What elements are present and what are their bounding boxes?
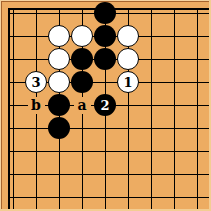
- board-point-r3c8: [163, 48, 186, 71]
- board-point-r7c9: [186, 140, 209, 163]
- point-letter-label-b: b: [28, 97, 45, 114]
- board-point-r9c3: [48, 186, 71, 209]
- board-point-r6c5: [94, 117, 117, 140]
- white-stone: [117, 48, 139, 70]
- board-point-r5c9: [186, 94, 209, 117]
- frame-bevel-bottom: [0, 209, 211, 211]
- board-point-r1c8: [163, 2, 186, 25]
- board-point-r3c2: [25, 48, 48, 71]
- board-point-r8c7: [140, 163, 163, 186]
- board-point-r9c9: [186, 186, 209, 209]
- board-point-r6c8: [163, 117, 186, 140]
- board-point-r7c8: [163, 140, 186, 163]
- white-stone: [117, 25, 139, 47]
- board-point-r7c2: [25, 140, 48, 163]
- black-stone: [94, 2, 116, 24]
- board-point-r9c6: [117, 186, 140, 209]
- board-point-r6c4: [71, 117, 94, 140]
- board-point-r7c6: [117, 140, 140, 163]
- frame-bevel-right: [209, 0, 211, 211]
- board-point-r4c1: [2, 71, 25, 94]
- board-point-r3c5: [94, 48, 117, 71]
- frame-bevel-left-shadow: [1, 1, 2, 211]
- black-stone: [48, 117, 70, 139]
- board-point-r1c5: [94, 2, 117, 25]
- letter-label-text: a: [77, 98, 86, 112]
- board-point-r3c9: [186, 48, 209, 71]
- board-point-r6c6: [117, 117, 140, 140]
- board-point-r3c7: [140, 48, 163, 71]
- board-point-r9c1: [2, 186, 25, 209]
- go-board-diagram: 31ba2: [0, 0, 211, 211]
- board-point-r5c4: a: [71, 94, 94, 117]
- board-point-r7c7: [140, 140, 163, 163]
- letter-label-text: b: [31, 98, 41, 112]
- board-point-r9c2: [25, 186, 48, 209]
- white-stone: [48, 71, 70, 93]
- board-point-r3c4: [71, 48, 94, 71]
- black-stone: [71, 71, 93, 93]
- board-point-r8c1: [2, 163, 25, 186]
- board-point-r8c2: [25, 163, 48, 186]
- board-point-r2c2: [25, 25, 48, 48]
- board-point-r5c6: [117, 94, 140, 117]
- board-point-r4c5: [94, 71, 117, 94]
- board-point-r6c7: [140, 117, 163, 140]
- board-point-r2c3: [48, 25, 71, 48]
- point-letter-label-a: a: [74, 97, 91, 114]
- board-point-r7c3: [48, 140, 71, 163]
- board-point-r7c1: [2, 140, 25, 163]
- board-point-r1c7: [140, 2, 163, 25]
- board-point-r1c9: [186, 2, 209, 25]
- board-point-r1c1: [2, 2, 25, 25]
- board-point-r4c3: [48, 71, 71, 94]
- white-stone: [48, 48, 70, 70]
- board-point-r4c2: 3: [25, 71, 48, 94]
- board-point-r5c7: [140, 94, 163, 117]
- board-point-r1c4: [71, 2, 94, 25]
- move-number-label: 3: [31, 76, 40, 89]
- board-point-r6c3: [48, 117, 71, 140]
- board-point-r8c3: [48, 163, 71, 186]
- board-point-r9c7: [140, 186, 163, 209]
- board-point-r8c4: [71, 163, 94, 186]
- board-point-r2c9: [186, 25, 209, 48]
- board-point-r4c7: [140, 71, 163, 94]
- board-point-r4c6: 1: [117, 71, 140, 94]
- board-point-r5c3: [48, 94, 71, 117]
- board-point-r1c6: [117, 2, 140, 25]
- board-point-r2c8: [163, 25, 186, 48]
- white-stone: [48, 25, 70, 47]
- board-point-r4c9: [186, 71, 209, 94]
- black-stone: [48, 94, 70, 116]
- black-stone-move-2: 2: [94, 94, 116, 116]
- white-stone-move-1: 1: [117, 71, 139, 93]
- white-stone-move-3: 3: [25, 71, 47, 93]
- board-point-r8c5: [94, 163, 117, 186]
- board-point-r4c8: [163, 71, 186, 94]
- board-point-r3c3: [48, 48, 71, 71]
- board-point-r6c1: [2, 117, 25, 140]
- board-point-r7c4: [71, 140, 94, 163]
- board-point-r9c8: [163, 186, 186, 209]
- board-point-r1c3: [48, 2, 71, 25]
- black-stone: [94, 25, 116, 47]
- board-point-r2c5: [94, 25, 117, 48]
- board-point-r5c5: 2: [94, 94, 117, 117]
- black-stone: [71, 48, 93, 70]
- black-stone: [94, 48, 116, 70]
- move-number-label: 2: [100, 99, 109, 112]
- board-point-r1c2: [25, 2, 48, 25]
- move-number-label: 1: [123, 76, 132, 89]
- board-point-r9c4: [71, 186, 94, 209]
- board-point-r4c4: [71, 71, 94, 94]
- board-points-grid: 31ba2: [2, 2, 209, 209]
- board-point-r3c1: [2, 48, 25, 71]
- board-point-r2c6: [117, 25, 140, 48]
- board-point-r8c6: [117, 163, 140, 186]
- white-stone: [71, 25, 93, 47]
- frame-bevel-top-shadow: [1, 1, 211, 2]
- board-point-r7c5: [94, 140, 117, 163]
- board-point-r2c4: [71, 25, 94, 48]
- board-point-r6c9: [186, 117, 209, 140]
- board-point-r8c9: [186, 163, 209, 186]
- board-point-r9c5: [94, 186, 117, 209]
- board-point-r5c8: [163, 94, 186, 117]
- board-point-r8c8: [163, 163, 186, 186]
- board-point-r2c1: [2, 25, 25, 48]
- board-point-r5c2: b: [25, 94, 48, 117]
- board-point-r3c6: [117, 48, 140, 71]
- board-point-r5c1: [2, 94, 25, 117]
- board-point-r6c2: [25, 117, 48, 140]
- board-point-r2c7: [140, 25, 163, 48]
